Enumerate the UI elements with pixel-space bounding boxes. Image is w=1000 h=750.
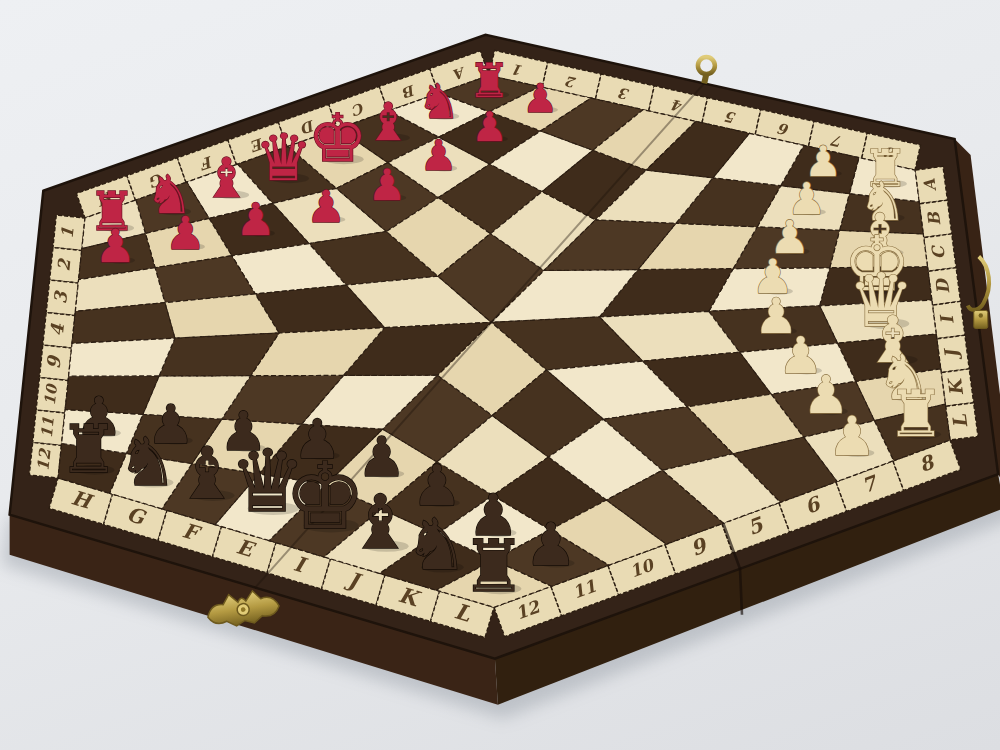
piece-red-pawn[interactable]: ♟ [522, 75, 557, 121]
piece-red-queen[interactable]: ♛ [255, 120, 313, 195]
cell-H9[interactable] [69, 338, 175, 376]
piece-red-knight[interactable]: ♞ [417, 74, 460, 129]
edge-label-w-11: 11 [38, 416, 58, 439]
piece-red-rook[interactable]: ♜ [468, 54, 510, 108]
piece-red-pawn[interactable]: ♟ [95, 219, 136, 273]
piece-red-pawn[interactable]: ♟ [368, 160, 407, 210]
three-player-chess-photo: HGFEDCBA12345678ABCDIJKL12111095678HGFEI… [0, 0, 1000, 750]
piece-red-bishop[interactable]: ♝ [365, 92, 412, 152]
piece-dark-bishop[interactable]: ♝ [347, 479, 414, 566]
hanging-eyelet [698, 57, 715, 83]
piece-red-king[interactable]: ♚ [308, 99, 368, 177]
piece-red-pawn[interactable]: ♟ [420, 131, 458, 180]
edge-label-w-1: 1 [58, 226, 78, 239]
piece-white-rook[interactable]: ♜ [887, 377, 944, 451]
board-svg: HGFEDCBA12345678ABCDIJKL12111095678HGFEI… [0, 0, 1000, 750]
piece-dark-rook[interactable]: ♜ [462, 524, 526, 608]
piece-dark-knight[interactable]: ♞ [405, 503, 468, 586]
piece-red-pawn[interactable]: ♟ [165, 207, 206, 260]
edge-label-w-10: 10 [41, 382, 60, 406]
piece-dark-rook[interactable]: ♜ [59, 411, 118, 488]
piece-white-pawn[interactable]: ♟ [828, 405, 877, 468]
piece-red-pawn[interactable]: ♟ [235, 193, 275, 246]
piece-red-pawn[interactable]: ♟ [306, 181, 346, 232]
piece-dark-pawn[interactable]: ♟ [525, 510, 578, 579]
edge-label-w-12: 12 [33, 447, 54, 472]
piece-dark-knight[interactable]: ♞ [118, 423, 178, 501]
piece-red-pawn[interactable]: ♟ [471, 103, 508, 151]
